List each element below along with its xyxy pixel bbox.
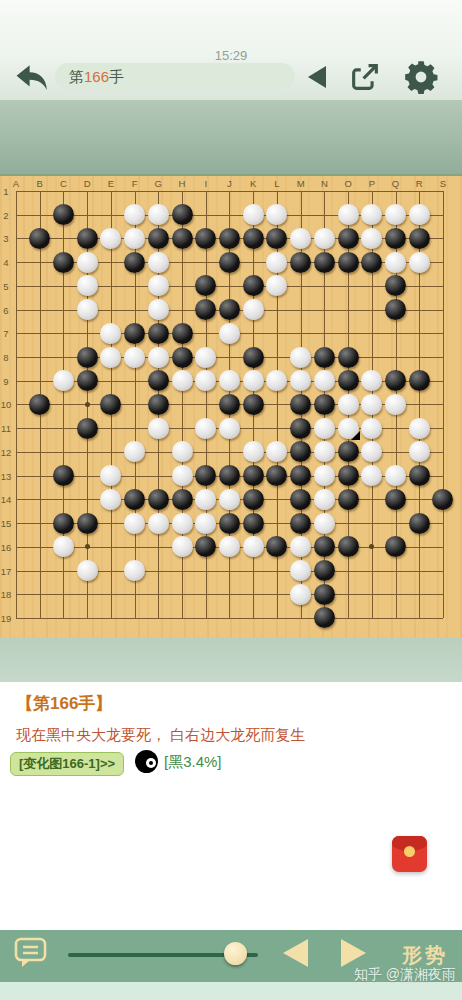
- white-stone: [148, 347, 169, 368]
- white-stone: [172, 513, 193, 534]
- column-label: E: [104, 178, 118, 189]
- move-number: 166: [84, 68, 109, 85]
- black-stone: [243, 347, 264, 368]
- players-bar: 柯洁 180:00 九段 5次40s 支持 卞相壹 177:12 九段 5次40…: [0, 100, 462, 176]
- column-label: S: [436, 178, 450, 189]
- white-stone: [219, 370, 240, 391]
- black-stone: [195, 275, 216, 296]
- white-stone: [219, 323, 240, 344]
- next-move-button[interactable]: [341, 939, 366, 967]
- white-stone: [219, 489, 240, 510]
- row-label: 12: [0, 447, 13, 458]
- white-stone: [338, 418, 359, 439]
- white-stone: [361, 465, 382, 486]
- white-stone: [409, 441, 430, 462]
- winrate-label: [黑3.4%]: [164, 753, 222, 772]
- grid-line: [16, 618, 443, 619]
- black-stone: [290, 489, 311, 510]
- black-stone: [172, 323, 193, 344]
- white-stone: [148, 299, 169, 320]
- grid-line: [16, 594, 443, 595]
- top-bar: 15:29 第166手: [0, 0, 462, 100]
- black-stone: [409, 228, 430, 249]
- black-stone-winrate-icon: [135, 750, 158, 773]
- white-stone: [243, 299, 264, 320]
- black-stone: [314, 536, 335, 557]
- status-time: 15:29: [0, 48, 462, 63]
- white-stone: [361, 228, 382, 249]
- white-stone: [195, 347, 216, 368]
- white-stone: [290, 584, 311, 605]
- white-stone: [148, 275, 169, 296]
- row-label: 5: [0, 281, 13, 292]
- black-stone: [148, 394, 169, 415]
- commentary-panel: 【第166手】 现在黑中央大龙要死， 白右边大龙死而复生 [变化图166-1]>…: [0, 682, 462, 930]
- move-number-pill[interactable]: 第166手: [55, 63, 295, 90]
- white-stone: [124, 441, 145, 462]
- white-stone: [409, 418, 430, 439]
- row-label: 17: [0, 566, 13, 577]
- black-stone: [148, 370, 169, 391]
- white-stone: [314, 489, 335, 510]
- black-stone: [172, 347, 193, 368]
- column-label: F: [128, 178, 142, 189]
- row-label: 7: [0, 328, 13, 339]
- row-label: 15: [0, 518, 13, 529]
- black-stone: [243, 228, 264, 249]
- black-stone: [314, 394, 335, 415]
- row-label: 3: [0, 233, 13, 244]
- white-stone: [266, 370, 287, 391]
- red-packet-button[interactable]: [392, 836, 427, 872]
- black-stone: [338, 370, 359, 391]
- row-label: 18: [0, 589, 13, 600]
- column-label: I: [199, 178, 213, 189]
- black-stone: [314, 560, 335, 581]
- white-stone: [195, 418, 216, 439]
- white-stone: [361, 441, 382, 462]
- black-stone: [195, 465, 216, 486]
- black-stone: [219, 228, 240, 249]
- row-label: 10: [0, 399, 13, 410]
- white-stone: [172, 536, 193, 557]
- column-label: B: [33, 178, 47, 189]
- black-stone: [243, 489, 264, 510]
- row-label: 14: [0, 494, 13, 505]
- black-stone: [219, 394, 240, 415]
- white-stone: [361, 370, 382, 391]
- row-label: 16: [0, 542, 13, 553]
- step-back-icon[interactable]: [308, 66, 326, 88]
- black-stone: [409, 513, 430, 534]
- white-stone: [290, 536, 311, 557]
- black-stone: [409, 370, 430, 391]
- white-stone: [361, 204, 382, 225]
- white-stone: [314, 418, 335, 439]
- watermark: 知乎 @潇湘夜雨: [354, 966, 456, 984]
- black-stone: [385, 228, 406, 249]
- white-stone: [266, 441, 287, 462]
- black-stone: [338, 252, 359, 273]
- column-label: P: [365, 178, 379, 189]
- black-stone: [243, 275, 264, 296]
- white-stone: [100, 347, 121, 368]
- white-stone: [409, 204, 430, 225]
- white-stone: [385, 394, 406, 415]
- black-stone: [53, 204, 74, 225]
- black-stone: [219, 465, 240, 486]
- black-stone: [338, 441, 359, 462]
- black-stone: [338, 347, 359, 368]
- white-stone: [53, 370, 74, 391]
- column-label: J: [222, 178, 236, 189]
- black-stone: [77, 513, 98, 534]
- star-point: [85, 402, 90, 407]
- black-stone: [219, 252, 240, 273]
- black-stone: [53, 513, 74, 534]
- white-stone: [77, 299, 98, 320]
- white-stone: [290, 560, 311, 581]
- black-stone: [172, 204, 193, 225]
- tab-strip: 解说 评论 全部: [0, 638, 462, 682]
- white-stone: [290, 347, 311, 368]
- black-stone: [266, 228, 287, 249]
- black-stone: [29, 228, 50, 249]
- white-stone: [243, 536, 264, 557]
- column-label: K: [246, 178, 260, 189]
- white-stone: [124, 204, 145, 225]
- column-label: G: [151, 178, 165, 189]
- white-stone: [314, 370, 335, 391]
- black-stone: [77, 347, 98, 368]
- white-stone: [77, 560, 98, 581]
- chat-bubble-icon: [14, 936, 47, 968]
- white-stone: [290, 228, 311, 249]
- move-suffix: 手: [109, 68, 124, 85]
- white-stone: [124, 560, 145, 581]
- white-stone: [290, 370, 311, 391]
- white-stone: [124, 347, 145, 368]
- white-stone: [77, 275, 98, 296]
- white-stone: [53, 536, 74, 557]
- black-stone: [409, 465, 430, 486]
- black-stone: [77, 418, 98, 439]
- row-label: 6: [0, 305, 13, 316]
- black-stone: [385, 370, 406, 391]
- white-stone: [148, 252, 169, 273]
- black-stone: [385, 299, 406, 320]
- white-stone: [219, 536, 240, 557]
- previous-move-button[interactable]: [283, 939, 308, 967]
- settings-button[interactable]: [402, 58, 440, 96]
- white-stone: [385, 252, 406, 273]
- white-stone: [195, 370, 216, 391]
- variation-button[interactable]: [变化图166-1]>>: [10, 752, 124, 776]
- black-stone: [219, 513, 240, 534]
- white-stone: [124, 513, 145, 534]
- white-stone: [385, 204, 406, 225]
- white-stone: [361, 418, 382, 439]
- black-stone: [243, 394, 264, 415]
- black-stone: [148, 228, 169, 249]
- white-stone: [195, 513, 216, 534]
- star-point: [369, 544, 374, 549]
- black-stone: [195, 299, 216, 320]
- white-stone: [100, 228, 121, 249]
- black-stone: [338, 228, 359, 249]
- black-stone: [314, 607, 335, 628]
- white-stone: [172, 465, 193, 486]
- black-stone: [53, 252, 74, 273]
- commentary-title: 【第166手】: [16, 692, 112, 715]
- white-stone: [361, 394, 382, 415]
- white-stone: [266, 275, 287, 296]
- black-stone: [172, 489, 193, 510]
- black-stone: [338, 465, 359, 486]
- go-board[interactable]: ABCDEFGHIJKLMNOPQRS123456789101112131415…: [0, 176, 462, 638]
- column-label: D: [80, 178, 94, 189]
- black-stone: [243, 513, 264, 534]
- white-stone: [338, 394, 359, 415]
- white-stone: [172, 441, 193, 462]
- share-icon: [348, 60, 382, 94]
- black-stone: [385, 275, 406, 296]
- black-stone: [314, 584, 335, 605]
- white-stone: [243, 204, 264, 225]
- black-stone: [124, 323, 145, 344]
- white-stone: [314, 441, 335, 462]
- white-stone: [314, 228, 335, 249]
- white-stone: [314, 513, 335, 534]
- black-stone: [290, 465, 311, 486]
- black-stone: [385, 489, 406, 510]
- app-screen: 15:29 第166手: [0, 0, 462, 1000]
- white-stone: [266, 204, 287, 225]
- black-stone: [172, 228, 193, 249]
- black-stone: [290, 418, 311, 439]
- row-label: 11: [0, 423, 13, 434]
- black-stone: [29, 394, 50, 415]
- row-label: 9: [0, 376, 13, 387]
- white-stone: [100, 465, 121, 486]
- black-stone: [314, 252, 335, 273]
- black-stone: [243, 465, 264, 486]
- white-stone: [148, 204, 169, 225]
- column-label: M: [294, 178, 308, 189]
- white-stone: [148, 513, 169, 534]
- back-arrow-icon: [13, 58, 51, 96]
- row-label: 2: [0, 210, 13, 221]
- move-slider-knob[interactable]: [224, 942, 247, 965]
- black-stone: [77, 228, 98, 249]
- white-stone: [100, 323, 121, 344]
- black-stone: [195, 536, 216, 557]
- white-stone: [100, 489, 121, 510]
- black-stone: [148, 489, 169, 510]
- black-stone: [77, 370, 98, 391]
- row-label: 8: [0, 352, 13, 363]
- black-stone: [361, 252, 382, 273]
- chat-button[interactable]: [14, 936, 47, 968]
- black-stone: [124, 489, 145, 510]
- black-stone: [100, 394, 121, 415]
- black-stone: [290, 441, 311, 462]
- black-stone: [432, 489, 453, 510]
- situation-button[interactable]: 形势: [402, 942, 448, 969]
- black-stone: [195, 228, 216, 249]
- commentary-body: 现在黑中央大龙要死， 白右边大龙死而复生: [16, 726, 446, 745]
- black-stone: [338, 489, 359, 510]
- black-stone: [314, 347, 335, 368]
- white-stone: [172, 370, 193, 391]
- black-stone: [219, 299, 240, 320]
- row-label: 13: [0, 471, 13, 482]
- column-label: Q: [389, 178, 403, 189]
- white-stone: [148, 418, 169, 439]
- white-stone: [314, 465, 335, 486]
- white-stone: [243, 370, 264, 391]
- column-label: R: [412, 178, 426, 189]
- black-stone: [290, 252, 311, 273]
- white-stone: [338, 204, 359, 225]
- column-label: H: [175, 178, 189, 189]
- white-stone: [219, 418, 240, 439]
- black-stone: [266, 536, 287, 557]
- black-stone: [385, 536, 406, 557]
- white-stone: [195, 489, 216, 510]
- white-stone: [243, 441, 264, 462]
- black-stone: [148, 323, 169, 344]
- column-label: C: [56, 178, 70, 189]
- black-stone: [53, 465, 74, 486]
- white-stone: [409, 252, 430, 273]
- black-stone: [338, 536, 359, 557]
- white-stone: [385, 465, 406, 486]
- white-stone: [266, 252, 287, 273]
- last-move-marker: [351, 431, 360, 440]
- row-label: 4: [0, 257, 13, 268]
- share-button[interactable]: [348, 60, 382, 94]
- black-stone: [124, 252, 145, 273]
- row-label: 19: [0, 613, 13, 624]
- move-prefix: 第: [69, 68, 84, 85]
- back-button[interactable]: [13, 58, 51, 96]
- grid-line: [443, 191, 444, 618]
- black-stone: [290, 394, 311, 415]
- white-stone: [77, 252, 98, 273]
- bottom-strip: [0, 982, 462, 1000]
- column-label: L: [270, 178, 284, 189]
- white-stone: [124, 228, 145, 249]
- column-label: O: [341, 178, 355, 189]
- black-stone: [266, 465, 287, 486]
- star-point: [85, 544, 90, 549]
- black-stone: [290, 513, 311, 534]
- gear-icon: [402, 58, 440, 96]
- row-label: 1: [0, 186, 13, 197]
- column-label: N: [317, 178, 331, 189]
